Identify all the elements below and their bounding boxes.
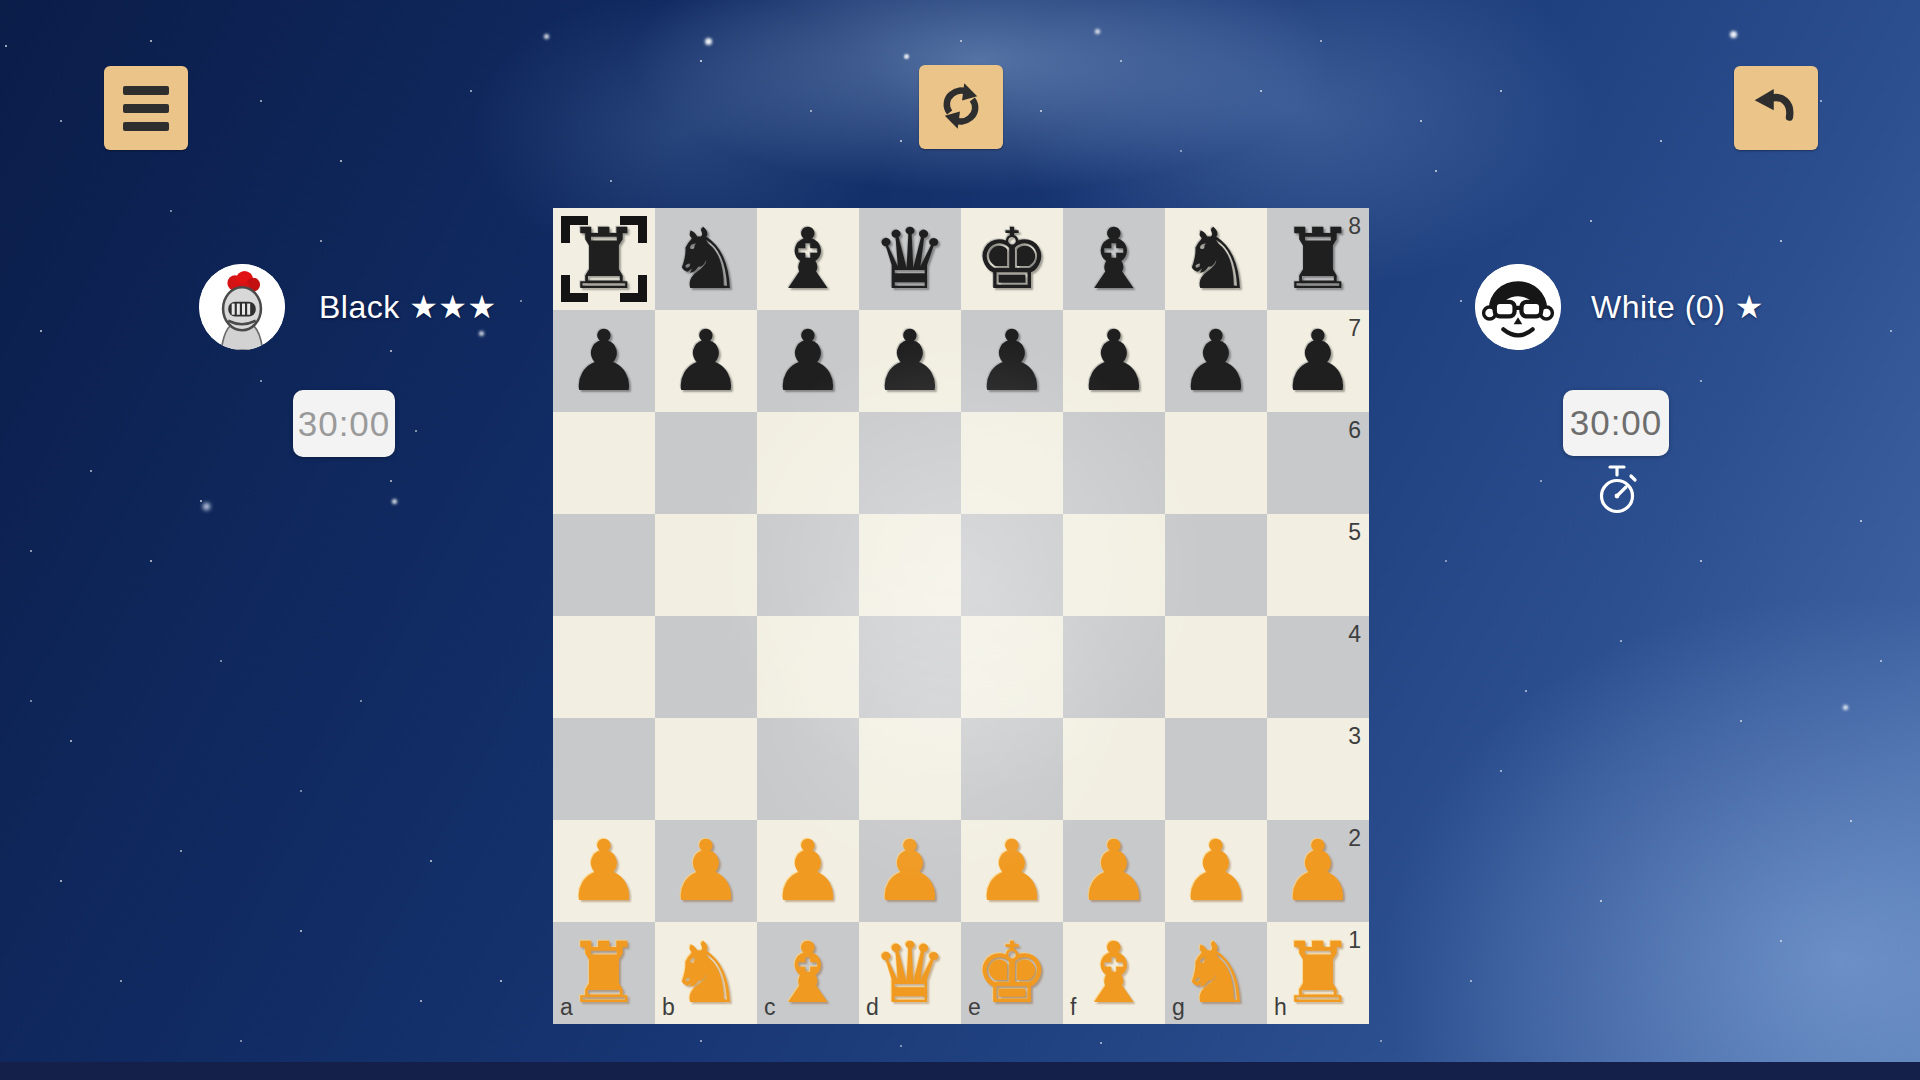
square-h8[interactable]: ♜8	[1267, 208, 1369, 310]
piece-black-knight[interactable]: ♞	[1165, 208, 1267, 310]
app-background: Black ★★★ 30:00 White (0) ★ 30:00	[0, 0, 1920, 1080]
square-h2[interactable]: ♟2	[1267, 820, 1369, 922]
chess-board[interactable]: ♜♞♝♛♚♝♞♜8♟♟♟♟♟♟♟♟76543♟♟♟♟♟♟♟♟2♜a♞b♝c♛d♚…	[553, 208, 1369, 1024]
rank-label-5: 5	[1348, 519, 1361, 546]
square-d3[interactable]	[859, 718, 961, 820]
square-e5[interactable]	[961, 514, 1063, 616]
file-label-d: d	[866, 994, 879, 1021]
square-a6[interactable]	[553, 412, 655, 514]
square-d6[interactable]	[859, 412, 961, 514]
square-e4[interactable]	[961, 616, 1063, 718]
square-h1[interactable]: ♜1h	[1267, 922, 1369, 1024]
square-f6[interactable]	[1063, 412, 1165, 514]
piece-black-pawn[interactable]: ♟	[655, 310, 757, 412]
square-c7[interactable]: ♟	[757, 310, 859, 412]
square-a5[interactable]	[553, 514, 655, 616]
piece-black-pawn[interactable]: ♟	[757, 310, 859, 412]
piece-white-pawn[interactable]: ♟	[961, 820, 1063, 922]
square-c1[interactable]: ♝c	[757, 922, 859, 1024]
square-g1[interactable]: ♞g	[1165, 922, 1267, 1024]
piece-black-bishop[interactable]: ♝	[757, 208, 859, 310]
restart-button[interactable]	[919, 65, 1003, 149]
square-g4[interactable]	[1165, 616, 1267, 718]
square-b6[interactable]	[655, 412, 757, 514]
square-b7[interactable]: ♟	[655, 310, 757, 412]
white-player-label: White (0) ★	[1591, 288, 1764, 326]
hamburger-icon	[123, 86, 169, 95]
rank-label-6: 6	[1348, 417, 1361, 444]
piece-black-pawn[interactable]: ♟	[1063, 310, 1165, 412]
piece-black-pawn[interactable]: ♟	[961, 310, 1063, 412]
rank-label-3: 3	[1348, 723, 1361, 750]
file-label-e: e	[968, 994, 981, 1021]
piece-white-pawn[interactable]: ♟	[553, 820, 655, 922]
piece-black-queen[interactable]: ♛	[859, 208, 961, 310]
square-h6[interactable]: 6	[1267, 412, 1369, 514]
rank-label-1: 1	[1348, 927, 1361, 954]
piece-black-pawn[interactable]: ♟	[1165, 310, 1267, 412]
square-h7[interactable]: ♟7	[1267, 310, 1369, 412]
piece-black-knight[interactable]: ♞	[655, 208, 757, 310]
square-e3[interactable]	[961, 718, 1063, 820]
piece-white-bishop[interactable]: ♝	[1063, 922, 1165, 1024]
square-b3[interactable]	[655, 718, 757, 820]
piece-white-pawn[interactable]: ♟	[757, 820, 859, 922]
square-f3[interactable]	[1063, 718, 1165, 820]
square-e7[interactable]: ♟	[961, 310, 1063, 412]
square-c5[interactable]	[757, 514, 859, 616]
black-clock: 30:00	[293, 390, 395, 457]
piece-white-pawn[interactable]: ♟	[859, 820, 961, 922]
menu-button[interactable]	[104, 66, 188, 150]
black-avatar	[199, 264, 285, 350]
square-f5[interactable]	[1063, 514, 1165, 616]
boy-glasses-icon	[1475, 336, 1561, 350]
piece-white-pawn[interactable]: ♟	[655, 820, 757, 922]
file-label-b: b	[662, 994, 675, 1021]
square-f7[interactable]: ♟	[1063, 310, 1165, 412]
file-label-g: g	[1172, 994, 1185, 1021]
square-h5[interactable]: 5	[1267, 514, 1369, 616]
square-c2[interactable]: ♟	[757, 820, 859, 922]
piece-black-bishop[interactable]: ♝	[1063, 208, 1165, 310]
square-a4[interactable]	[553, 616, 655, 718]
rank-label-4: 4	[1348, 621, 1361, 648]
bright-stars	[0, 0, 3, 3]
file-label-a: a	[560, 994, 573, 1021]
square-d8[interactable]: ♛	[859, 208, 961, 310]
white-clock: 30:00	[1563, 390, 1669, 456]
rank-label-2: 2	[1348, 825, 1361, 852]
piece-white-pawn[interactable]: ♟	[1165, 820, 1267, 922]
square-c6[interactable]	[757, 412, 859, 514]
square-g2[interactable]: ♟	[1165, 820, 1267, 922]
square-b5[interactable]	[655, 514, 757, 616]
white-avatar	[1475, 264, 1561, 350]
undo-arrow-icon	[1748, 79, 1804, 138]
undo-button[interactable]	[1734, 66, 1818, 150]
stopwatch-icon	[1594, 464, 1640, 518]
square-d2[interactable]: ♟	[859, 820, 961, 922]
restart-icon	[934, 79, 988, 136]
square-b2[interactable]: ♟	[655, 820, 757, 922]
square-d7[interactable]: ♟	[859, 310, 961, 412]
square-g6[interactable]	[1165, 412, 1267, 514]
square-f8[interactable]: ♝	[1063, 208, 1165, 310]
piece-black-pawn[interactable]: ♟	[859, 310, 961, 412]
square-g5[interactable]	[1165, 514, 1267, 616]
square-h3[interactable]: 3	[1267, 718, 1369, 820]
square-b8[interactable]: ♞	[655, 208, 757, 310]
square-b1[interactable]: ♞b	[655, 922, 757, 1024]
rank-label-7: 7	[1348, 315, 1361, 342]
black-player-label: Black ★★★	[319, 288, 497, 326]
piece-black-rook[interactable]: ♜	[553, 208, 655, 310]
square-g3[interactable]	[1165, 718, 1267, 820]
square-f4[interactable]	[1063, 616, 1165, 718]
square-c4[interactable]	[757, 616, 859, 718]
black-player-card: Black ★★★	[199, 264, 497, 350]
square-c8[interactable]: ♝	[757, 208, 859, 310]
square-f1[interactable]: ♝f	[1063, 922, 1165, 1024]
square-h4[interactable]: 4	[1267, 616, 1369, 718]
square-e8[interactable]: ♚	[961, 208, 1063, 310]
square-e6[interactable]	[961, 412, 1063, 514]
square-g7[interactable]: ♟	[1165, 310, 1267, 412]
file-label-f: f	[1070, 994, 1076, 1021]
square-f2[interactable]: ♟	[1063, 820, 1165, 922]
rank-label-8: 8	[1348, 213, 1361, 240]
square-c3[interactable]	[757, 718, 859, 820]
square-e2[interactable]: ♟	[961, 820, 1063, 922]
white-player-card: White (0) ★	[1475, 264, 1764, 350]
square-a7[interactable]: ♟	[553, 310, 655, 412]
file-label-h: h	[1274, 994, 1287, 1021]
piece-black-pawn[interactable]: ♟	[553, 310, 655, 412]
square-a2[interactable]: ♟	[553, 820, 655, 922]
bottom-bar	[0, 1062, 1920, 1080]
knight-helmet-icon	[199, 336, 285, 350]
square-b4[interactable]	[655, 616, 757, 718]
square-d5[interactable]	[859, 514, 961, 616]
square-d1[interactable]: ♛d	[859, 922, 961, 1024]
square-g8[interactable]: ♞	[1165, 208, 1267, 310]
square-a1[interactable]: ♜a	[553, 922, 655, 1024]
piece-black-king[interactable]: ♚	[961, 208, 1063, 310]
square-d4[interactable]	[859, 616, 961, 718]
square-a3[interactable]	[553, 718, 655, 820]
piece-white-pawn[interactable]: ♟	[1063, 820, 1165, 922]
file-label-c: c	[764, 994, 776, 1021]
square-e1[interactable]: ♚e	[961, 922, 1063, 1024]
square-a8[interactable]: ♜	[553, 208, 655, 310]
